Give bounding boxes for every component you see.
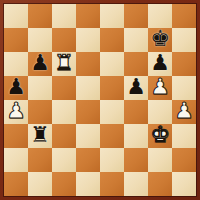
square-g5[interactable]: ♟ <box>148 76 172 100</box>
piece-white-king: ♚ <box>150 124 170 146</box>
square-e3[interactable] <box>100 124 124 148</box>
square-e5[interactable] <box>100 76 124 100</box>
square-d4[interactable] <box>76 100 100 124</box>
piece-black-pawn: ♟ <box>126 76 146 98</box>
square-c2[interactable] <box>52 148 76 172</box>
square-g7[interactable]: ♚ <box>148 28 172 52</box>
square-b2[interactable] <box>28 148 52 172</box>
square-d7[interactable] <box>76 28 100 52</box>
square-c1[interactable] <box>52 172 76 196</box>
square-h3[interactable] <box>172 124 196 148</box>
square-a4[interactable]: ♟ <box>4 100 28 124</box>
square-b1[interactable] <box>28 172 52 196</box>
square-c6[interactable]: ♜ <box>52 52 76 76</box>
piece-black-pawn: ♟ <box>6 76 26 98</box>
square-e4[interactable] <box>100 100 124 124</box>
chess-board: ♚♟♜♟♟♟♟♟♟♜♚ <box>4 4 196 196</box>
piece-white-pawn: ♟ <box>150 76 170 98</box>
square-e8[interactable] <box>100 4 124 28</box>
square-d3[interactable] <box>76 124 100 148</box>
square-h8[interactable] <box>172 4 196 28</box>
square-f3[interactable] <box>124 124 148 148</box>
square-b4[interactable] <box>28 100 52 124</box>
square-g4[interactable] <box>148 100 172 124</box>
square-d5[interactable] <box>76 76 100 100</box>
square-f4[interactable] <box>124 100 148 124</box>
piece-black-pawn: ♟ <box>30 52 50 74</box>
square-d8[interactable] <box>76 4 100 28</box>
square-c4[interactable] <box>52 100 76 124</box>
square-f8[interactable] <box>124 4 148 28</box>
square-a5[interactable]: ♟ <box>4 76 28 100</box>
square-e7[interactable] <box>100 28 124 52</box>
square-e6[interactable] <box>100 52 124 76</box>
square-c5[interactable] <box>52 76 76 100</box>
square-b5[interactable] <box>28 76 52 100</box>
square-d6[interactable] <box>76 52 100 76</box>
square-b6[interactable]: ♟ <box>28 52 52 76</box>
square-f5[interactable]: ♟ <box>124 76 148 100</box>
piece-black-rook: ♜ <box>30 124 50 146</box>
square-b8[interactable] <box>28 4 52 28</box>
square-a7[interactable] <box>4 28 28 52</box>
square-g3[interactable]: ♚ <box>148 124 172 148</box>
square-b3[interactable]: ♜ <box>28 124 52 148</box>
square-a1[interactable] <box>4 172 28 196</box>
square-g6[interactable]: ♟ <box>148 52 172 76</box>
square-c8[interactable] <box>52 4 76 28</box>
piece-white-rook: ♜ <box>54 52 74 74</box>
square-b7[interactable] <box>28 28 52 52</box>
square-h4[interactable]: ♟ <box>172 100 196 124</box>
piece-white-pawn: ♟ <box>174 100 194 122</box>
square-e1[interactable] <box>100 172 124 196</box>
square-a6[interactable] <box>4 52 28 76</box>
square-g1[interactable] <box>148 172 172 196</box>
square-g2[interactable] <box>148 148 172 172</box>
square-h5[interactable] <box>172 76 196 100</box>
square-c7[interactable] <box>52 28 76 52</box>
square-f1[interactable] <box>124 172 148 196</box>
piece-black-pawn: ♟ <box>150 52 170 74</box>
board-frame: ♚♟♜♟♟♟♟♟♟♜♚ <box>0 0 200 200</box>
square-d1[interactable] <box>76 172 100 196</box>
piece-black-king: ♚ <box>150 28 170 50</box>
square-h6[interactable] <box>172 52 196 76</box>
square-f6[interactable] <box>124 52 148 76</box>
square-f2[interactable] <box>124 148 148 172</box>
square-d2[interactable] <box>76 148 100 172</box>
piece-white-pawn: ♟ <box>6 100 26 122</box>
square-f7[interactable] <box>124 28 148 52</box>
square-h2[interactable] <box>172 148 196 172</box>
square-a8[interactable] <box>4 4 28 28</box>
square-e2[interactable] <box>100 148 124 172</box>
square-c3[interactable] <box>52 124 76 148</box>
square-g8[interactable] <box>148 4 172 28</box>
square-a2[interactable] <box>4 148 28 172</box>
square-h1[interactable] <box>172 172 196 196</box>
square-a3[interactable] <box>4 124 28 148</box>
square-h7[interactable] <box>172 28 196 52</box>
